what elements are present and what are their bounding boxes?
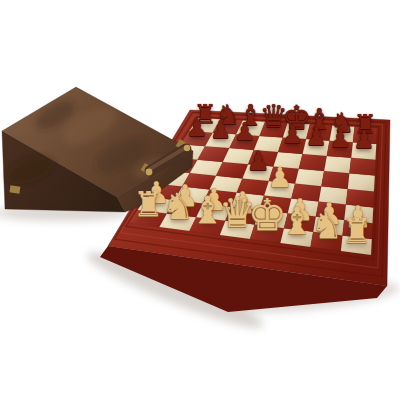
piece-black-pawn-h7[interactable]: ♟	[352, 128, 377, 153]
piece-black-pawn-c7[interactable]: ♟	[233, 120, 258, 145]
piece-white-rook-h1[interactable]: ♜	[339, 214, 373, 248]
piece-white-pawn-e4[interactable]: ♟	[266, 164, 294, 192]
piece-black-pawn-a7[interactable]: ♟	[185, 116, 210, 141]
piece-black-pawn-g7[interactable]: ♟	[328, 127, 353, 152]
piece-black-pawn-e7[interactable]: ♟	[280, 123, 305, 148]
piece-layer: ♜♞♝♛♚♝♞♜♟♟♟♟♟♟♟♟♟♟♟♟♟♟♟♟♜♞♝♛♚♝♞♜	[0, 0, 400, 400]
piece-black-pawn-f7[interactable]: ♟	[304, 125, 329, 150]
chess-set-photo: ♜♞♝♛♚♝♞♜♟♟♟♟♟♟♟♟♟♟♟♟♟♟♟♟♜♞♝♛♚♝♞♜	[0, 0, 400, 400]
piece-black-pawn-b7[interactable]: ♟	[209, 118, 234, 143]
